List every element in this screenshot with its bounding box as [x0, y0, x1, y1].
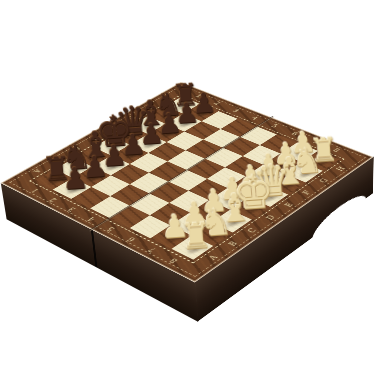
square-e3 — [188, 179, 227, 200]
square-h3 — [130, 215, 171, 238]
square-g2 — [170, 212, 211, 235]
square-e2 — [209, 188, 249, 210]
square-d3 — [207, 167, 246, 188]
square-g1 — [192, 222, 233, 246]
square-g6 — [91, 175, 130, 196]
square-c2 — [246, 165, 285, 186]
square-f3 — [169, 191, 209, 213]
square-h7 — [53, 178, 92, 199]
playing-field — [1, 82, 373, 282]
square-g4 — [130, 193, 170, 215]
square-f2 — [190, 200, 230, 222]
chess-set-product-photo: 11AA22BB33CC44DD55EE66FF77GG88HH ♜♞♝♚♛♝♞… — [0, 0, 375, 375]
square-b1 — [284, 162, 323, 182]
square-d2 — [228, 176, 267, 197]
square-g3 — [150, 203, 190, 225]
square-h2 — [150, 225, 191, 249]
square-d1 — [249, 185, 289, 207]
square-e4 — [168, 170, 207, 191]
square-c1 — [267, 173, 306, 194]
square-f1 — [211, 210, 252, 233]
square-h4 — [110, 206, 150, 228]
chess-board: 11AA22BB33CC44DD55EE66FF77GG88HH ♜♞♝♚♛♝♞… — [1, 82, 373, 282]
square-h1 — [172, 235, 214, 259]
square-f4 — [149, 182, 188, 203]
square-h6 — [71, 187, 110, 208]
square-e1 — [230, 197, 270, 219]
